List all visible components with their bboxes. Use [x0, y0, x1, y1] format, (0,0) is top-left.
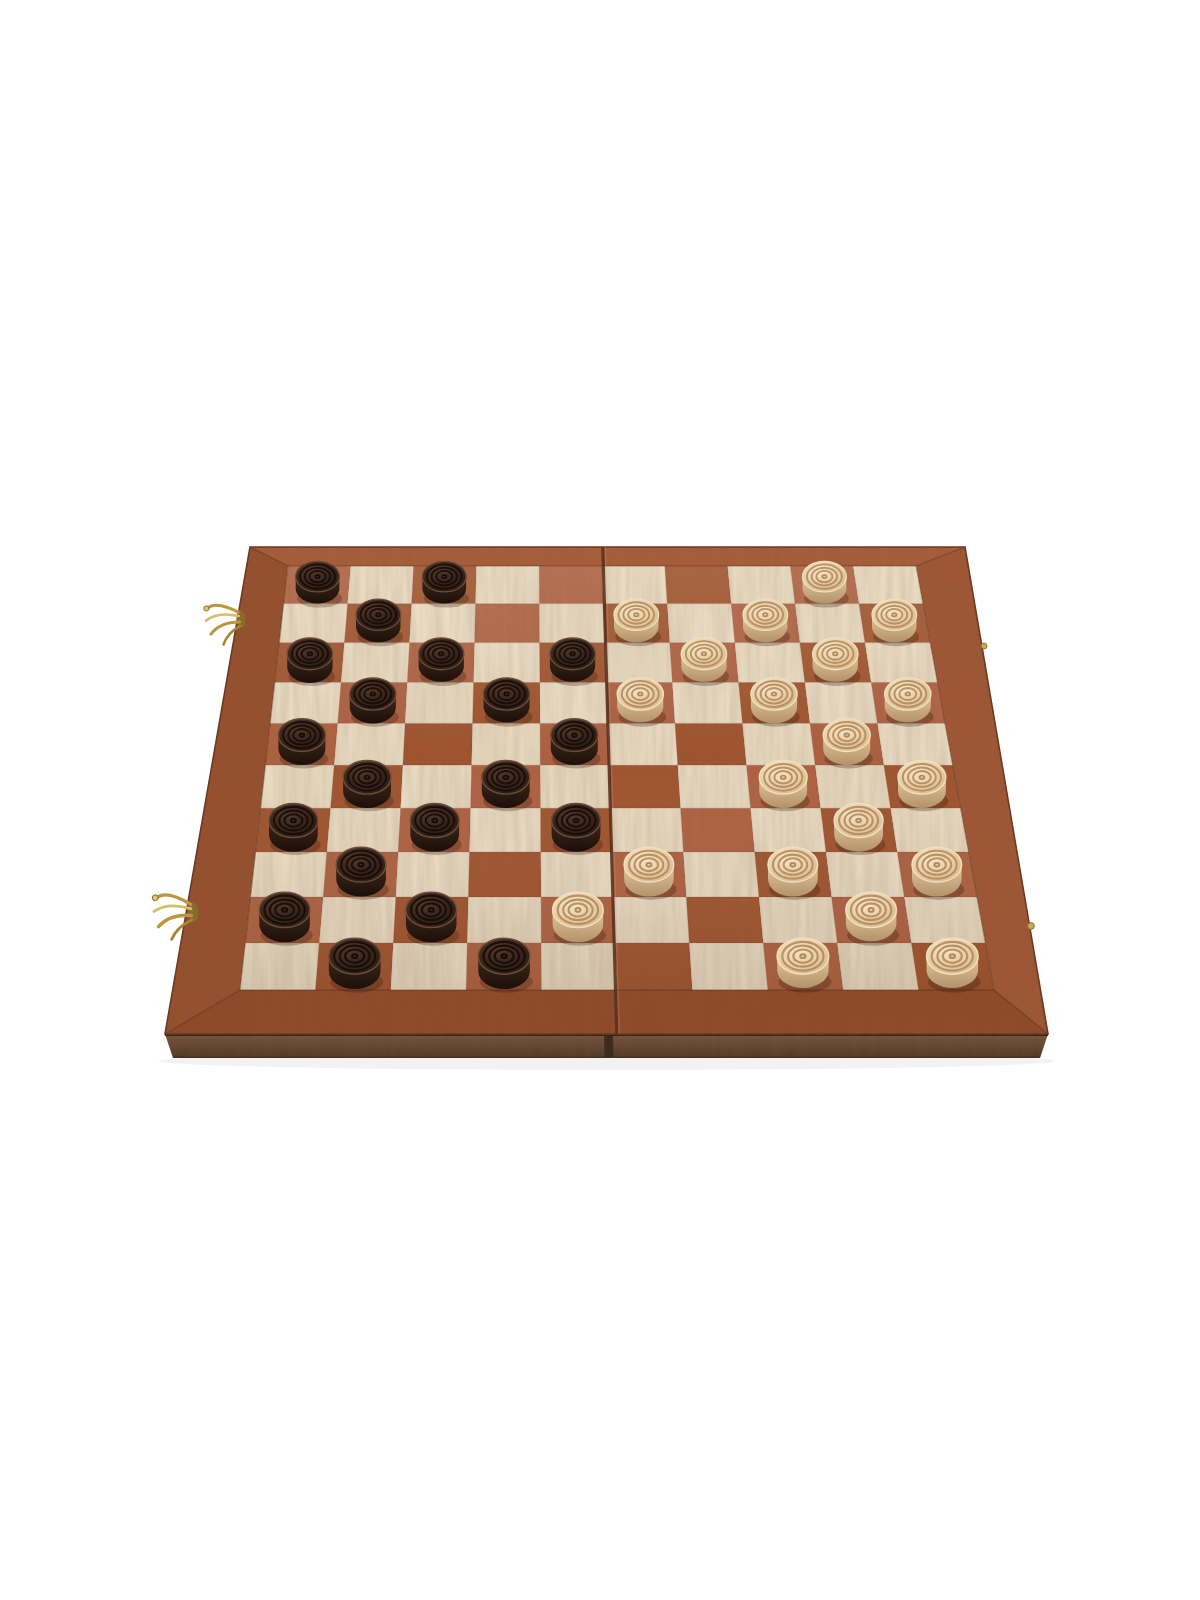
piece-light-r1c9: [803, 561, 849, 607]
draughts-board-photo: [0, 0, 1200, 1600]
piece-light-r5c9: [823, 719, 873, 769]
piece-light-r2c6: [614, 599, 661, 646]
piece-dark-r3c1: [287, 638, 335, 686]
piece-light-r2c10: [872, 599, 919, 646]
piece-light-r3c9: [813, 638, 861, 686]
piece-dark-r1c3: [422, 561, 468, 607]
piece-light-r4c10: [885, 678, 934, 727]
piece-dark-r3c3: [419, 638, 467, 686]
piece-light-r10c8: [777, 938, 831, 993]
brass-hinge-pin-icon: [981, 643, 987, 649]
piece-light-r10c10: [927, 938, 981, 993]
piece-dark-r9c3: [406, 892, 459, 946]
board-svg: [0, 0, 1200, 1600]
piece-dark-r7c1: [269, 803, 321, 855]
piece-dark-r10c2: [329, 938, 383, 993]
piece-light-r2c8: [743, 599, 790, 646]
piece-dark-r6c2: [343, 761, 394, 812]
piece-dark-r7c3: [410, 803, 462, 855]
piece-light-r6c8: [759, 761, 810, 812]
piece-light-r9c5: [553, 892, 606, 946]
brass-hinge-pin-icon: [1028, 923, 1035, 930]
piece-dark-r6c4: [482, 761, 533, 812]
piece-light-r9c9: [846, 892, 899, 946]
piece-dark-r5c5: [551, 719, 601, 769]
piece-light-r6c10: [898, 761, 949, 812]
piece-light-r7c9: [834, 803, 886, 855]
piece-light-r8c8: [768, 847, 820, 900]
piece-dark-r2c2: [356, 599, 403, 646]
piece-light-r3c7: [681, 638, 729, 686]
piece-dark-r1c1: [296, 561, 342, 607]
piece-dark-r4c2: [350, 678, 399, 727]
piece-light-r8c6: [624, 847, 676, 900]
piece-dark-r8c2: [336, 847, 388, 900]
piece-dark-r3c5: [550, 638, 598, 686]
piece-light-r4c8: [751, 678, 800, 727]
piece-dark-r5c1: [278, 719, 328, 769]
piece-light-r4c6: [617, 678, 666, 727]
piece-dark-r10c4: [478, 938, 532, 993]
piece-dark-r7c5: [552, 803, 604, 855]
piece-dark-r9c1: [259, 892, 312, 946]
piece-light-r8c10: [912, 847, 964, 900]
piece-dark-r4c4: [483, 678, 532, 727]
